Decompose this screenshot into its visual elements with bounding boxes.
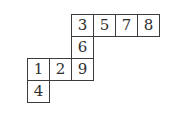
puzzle-board: 357861294 (27, 14, 160, 103)
grid-cell: 2 (49, 58, 72, 81)
grid-cell: 3 (71, 14, 94, 37)
grid-cell: 6 (71, 36, 94, 59)
grid-cell: 7 (115, 14, 138, 37)
grid-cell: 1 (27, 58, 50, 81)
grid-cell: 5 (93, 14, 116, 37)
grid-cell: 4 (27, 80, 50, 103)
puzzle-figure: 357861294 (0, 0, 178, 117)
grid-cell: 8 (137, 14, 160, 37)
grid-cell: 9 (71, 58, 94, 81)
